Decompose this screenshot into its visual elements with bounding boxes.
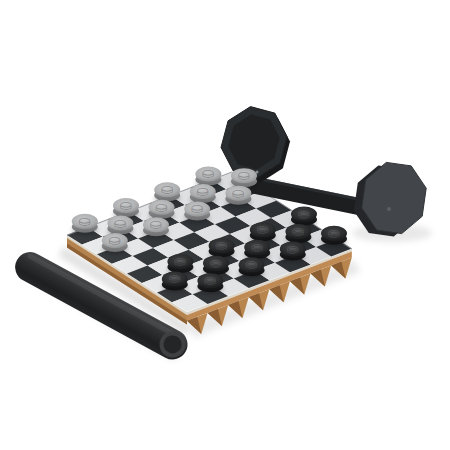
checker-stud-glyph: ⛂	[239, 256, 265, 273]
octagon-wheel-right	[354, 162, 426, 236]
checker-stud-glyph: ⛀	[72, 213, 98, 230]
checker-stud-glyph: ⛂	[280, 241, 306, 258]
black-checker[interactable]: ⛂	[197, 273, 223, 292]
checker-stud-glyph: ⛂	[167, 253, 193, 270]
checker-stud-glyph: ⛂	[244, 239, 270, 256]
gray-checker[interactable]: ⛀	[143, 217, 169, 236]
black-checker[interactable]: ⛂	[321, 226, 347, 245]
checker-stud-glyph: ⛂	[250, 221, 276, 238]
checker-stud-glyph: ⛀	[195, 165, 221, 182]
checker-stud-glyph: ⛂	[321, 225, 347, 242]
checker-stud-glyph: ⛂	[291, 206, 317, 223]
product-photo: ⛀⛀⛀⛀⛀⛀⛀⛀⛀⛀⛀⛀⛂⛂⛂⛂⛂⛂⛂⛂⛂⛂⛂⛂	[0, 0, 450, 450]
checker-stud-glyph: ⛀	[184, 200, 210, 217]
checker-stud-glyph: ⛀	[154, 181, 180, 198]
checker-stud-glyph: ⛀	[231, 167, 257, 184]
checker-stud-glyph: ⛀	[143, 216, 169, 233]
gray-checker[interactable]: ⛀	[225, 186, 251, 205]
black-checker[interactable]: ⛂	[162, 271, 188, 290]
black-checker[interactable]: ⛂	[239, 257, 265, 276]
checker-stud-glyph: ⛂	[162, 270, 188, 287]
gray-checker[interactable]: ⛀	[102, 233, 128, 252]
gray-checker[interactable]: ⛀	[72, 214, 98, 233]
checker-stud-glyph: ⛀	[190, 183, 216, 200]
checker-stud-glyph: ⛂	[209, 237, 235, 254]
checker-stud-glyph: ⛂	[197, 272, 223, 289]
checker-stud-glyph: ⛀	[113, 197, 139, 214]
checker-stud-glyph: ⛀	[225, 185, 251, 202]
checker-stud-glyph: ⛂	[203, 255, 229, 272]
gray-checker[interactable]: ⛀	[184, 201, 210, 220]
checker-stud-glyph: ⛀	[107, 215, 133, 232]
checker-stud-glyph: ⛀	[102, 232, 128, 249]
checker-stud-glyph: ⛀	[149, 199, 175, 216]
checker-stud-glyph: ⛂	[285, 223, 311, 240]
black-checker[interactable]: ⛂	[280, 242, 306, 261]
